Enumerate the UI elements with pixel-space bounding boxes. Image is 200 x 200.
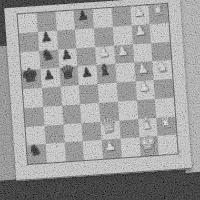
white-q-g4[interactable]: ♛ xyxy=(100,115,119,135)
board-maker-stamp: ///// xyxy=(177,150,182,160)
black-p-c6[interactable]: ♟ xyxy=(60,47,74,62)
chess-board: ♚♞♟♞♟♟♛♟♟♝♟♛♟♟♟♟♟♟♝♚♜♞♜ ///// xyxy=(4,0,192,181)
white-k-h2[interactable]: ♚ xyxy=(138,131,158,152)
white-p-c4[interactable]: ♟ xyxy=(97,44,111,59)
white-p-c3[interactable]: ♟ xyxy=(116,43,130,58)
black-n-c7[interactable]: ♞ xyxy=(40,47,56,64)
white-n-d1[interactable]: ♞ xyxy=(153,58,169,75)
black-n-h8[interactable]: ♞ xyxy=(28,142,44,159)
black-p-a5[interactable]: ♟ xyxy=(76,8,90,23)
pieces-layer: ♚♞♟♞♟♟♛♟♟♝♟♛♟♟♟♟♟♟♝♚♜♞♜ xyxy=(17,3,177,163)
black-q-d6[interactable]: ♛ xyxy=(58,62,77,82)
black-k-d8[interactable]: ♚ xyxy=(20,64,40,85)
black-b-d4[interactable]: ♝ xyxy=(97,61,114,79)
white-p-b2[interactable]: ♟ xyxy=(133,23,147,38)
black-p-d7[interactable]: ♟ xyxy=(42,67,56,82)
white-p-a2[interactable]: ♟ xyxy=(132,4,146,19)
black-p-b7[interactable]: ♟ xyxy=(40,30,54,45)
white-p-e2[interactable]: ♟ xyxy=(137,79,151,94)
captured-black-n[interactable]: ♞ xyxy=(71,188,86,200)
black-p-d5[interactable]: ♟ xyxy=(80,64,94,79)
white-r-g1[interactable]: ♜ xyxy=(158,115,173,131)
white-r-a1[interactable]: ♜ xyxy=(150,2,165,18)
white-p-h4[interactable]: ♟ xyxy=(104,138,118,153)
captured-black-p[interactable]: ♟ xyxy=(54,184,70,200)
photo-frame: ♚♞♟♞♟♟♛♟♟♝♟♛♟♟♟♟♟♟♝♚♜♞♜ ///// ♟♞ xyxy=(0,0,200,200)
white-p-d2[interactable]: ♟ xyxy=(136,61,150,76)
